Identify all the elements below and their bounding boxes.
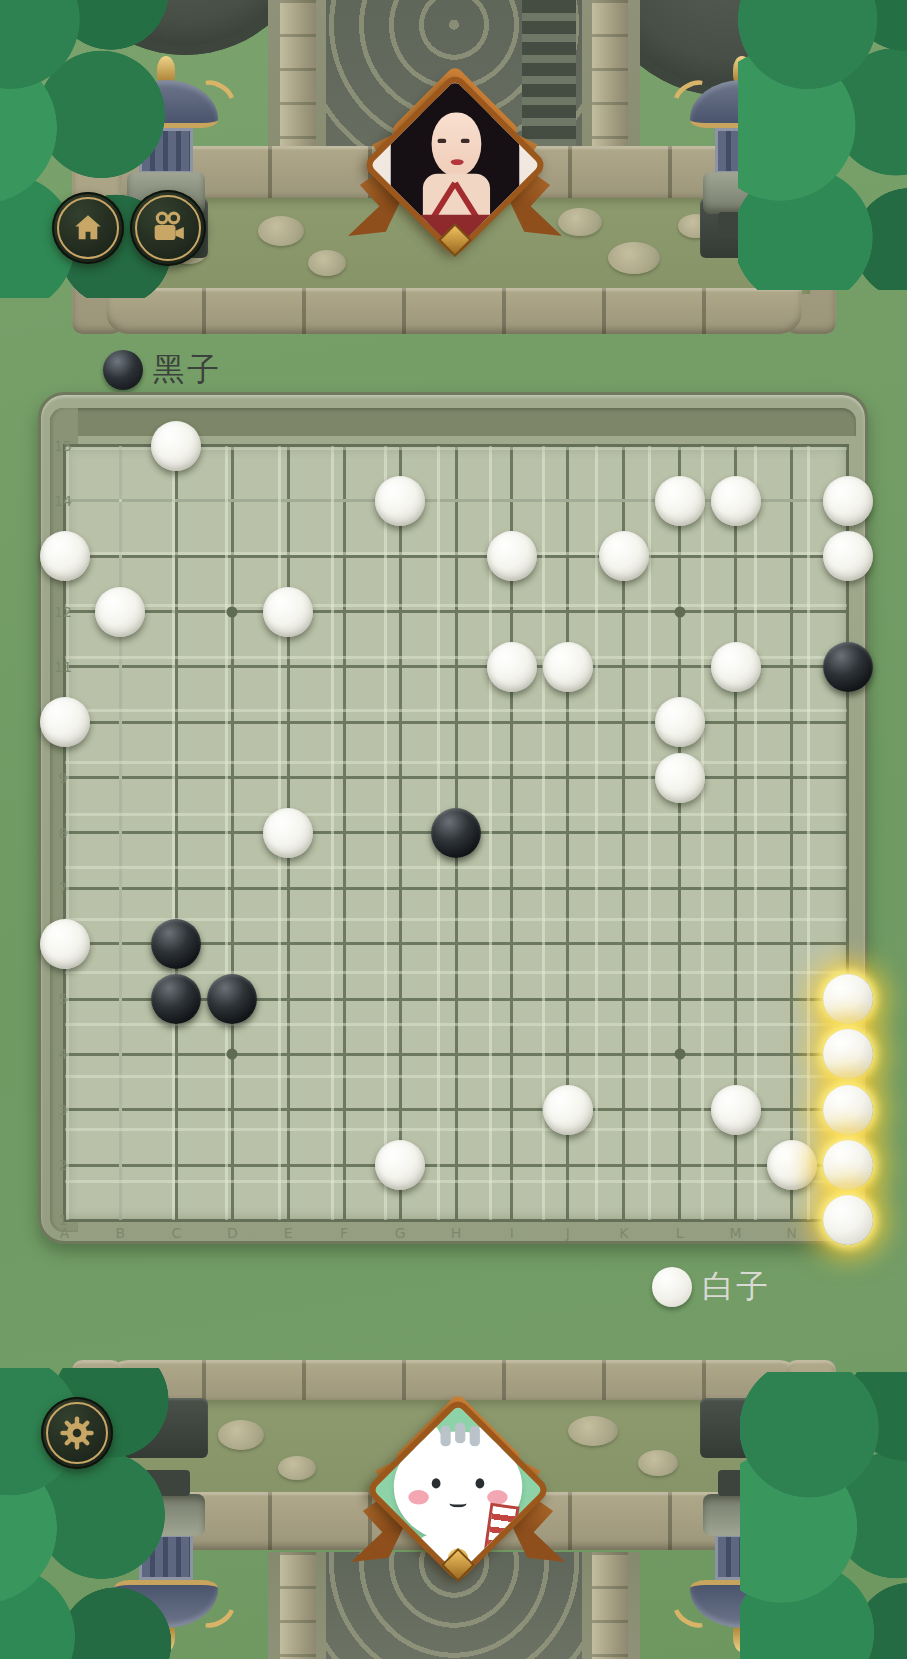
coord-number-5: 5 (59, 991, 68, 1007)
black-player-label-text: 黑子 (153, 348, 221, 392)
coord-letter-C: C (171, 1225, 181, 1241)
game-screen: 黑子 白子 ABCDEFGHIJKLMNO1514131211109876543… (0, 0, 907, 1659)
coord-letter-J: J (566, 1225, 570, 1241)
coord-letter-I: I (510, 1225, 514, 1241)
stone-white-E12 (263, 587, 313, 637)
stone-white-B12 (95, 587, 145, 637)
coord-number-11: 11 (54, 659, 72, 675)
stone-white-O1 (823, 1195, 873, 1245)
white-stone-icon (652, 1267, 692, 1307)
stone-black-O11 (823, 642, 873, 692)
stone-white-G14 (375, 476, 425, 526)
coord-number-4: 4 (59, 1046, 68, 1062)
coord-letter-F: F (340, 1225, 348, 1241)
gate-pillar-bottom-left (280, 1552, 316, 1659)
stone-white-M14 (711, 476, 761, 526)
stone-white-O13 (823, 531, 873, 581)
replay-button[interactable] (130, 190, 206, 266)
stone-white-L9 (655, 753, 705, 803)
stone-white-O2 (823, 1140, 873, 1190)
coord-number-9: 9 (59, 770, 68, 786)
stone-white-K13 (599, 531, 649, 581)
stone-white-O4 (823, 1029, 873, 1079)
foliage-top-right (738, 0, 907, 290)
coord-letter-K: K (619, 1225, 628, 1241)
stone-white-N2 (767, 1140, 817, 1190)
home-icon (70, 210, 106, 246)
stone-white-M3 (711, 1085, 761, 1135)
star-point-L12 (674, 606, 685, 617)
stone-white-L10 (655, 697, 705, 747)
stone-black-H8 (431, 808, 481, 858)
star-point-D12 (227, 606, 238, 617)
coord-letter-D: D (227, 1225, 238, 1241)
stone-white-E8 (263, 808, 313, 858)
stone-white-I13 (487, 531, 537, 581)
stone-white-M11 (711, 642, 761, 692)
black-player-label: 黑子 (103, 348, 221, 392)
courtyard-front-ledge-top (106, 288, 802, 334)
stone-white-O5 (823, 974, 873, 1024)
gear-icon (58, 1414, 96, 1452)
coord-letter-L: L (676, 1225, 684, 1241)
stone-white-A6 (40, 919, 90, 969)
coord-number-15: 15 (54, 438, 72, 454)
coord-letter-M: M (730, 1225, 742, 1241)
stone-white-J11 (543, 642, 593, 692)
black-stone-icon (103, 350, 143, 390)
settings-button[interactable] (41, 1397, 113, 1469)
coord-letter-G: G (395, 1225, 406, 1241)
stone-white-I11 (487, 642, 537, 692)
coord-letter-E: E (284, 1225, 293, 1241)
foliage-bottom-right (740, 1372, 907, 1659)
video-camera-icon (148, 208, 188, 248)
stone-white-C15 (151, 421, 201, 471)
coord-number-12: 12 (54, 604, 72, 620)
coord-letter-B: B (116, 1225, 126, 1241)
star-point-D4 (227, 1049, 238, 1060)
stone-black-D5 (207, 974, 257, 1024)
white-player-label-text: 白子 (702, 1265, 770, 1309)
coord-number-1: 1 (59, 1212, 68, 1228)
gomoku-board: ABCDEFGHIJKLMNO151413121110987654321 (38, 392, 868, 1244)
stone-white-A13 (40, 531, 90, 581)
coord-number-2: 2 (59, 1157, 68, 1173)
white-player-label: 白子 (652, 1265, 770, 1309)
stone-white-L14 (655, 476, 705, 526)
stone-white-O14 (823, 476, 873, 526)
star-point-L4 (674, 1049, 685, 1060)
stone-white-A10 (40, 697, 90, 747)
coord-number-7: 7 (59, 880, 68, 896)
gate-pillar-bottom-right (592, 1552, 628, 1659)
coord-number-3: 3 (59, 1102, 68, 1118)
coord-letter-N: N (786, 1225, 796, 1241)
coord-number-14: 14 (54, 493, 72, 509)
home-button[interactable] (52, 192, 124, 264)
stone-black-C6 (151, 919, 201, 969)
stone-white-O3 (823, 1085, 873, 1135)
stone-white-G2 (375, 1140, 425, 1190)
coord-number-8: 8 (59, 825, 68, 841)
stone-white-J3 (543, 1085, 593, 1135)
coord-letter-H: H (451, 1225, 462, 1241)
